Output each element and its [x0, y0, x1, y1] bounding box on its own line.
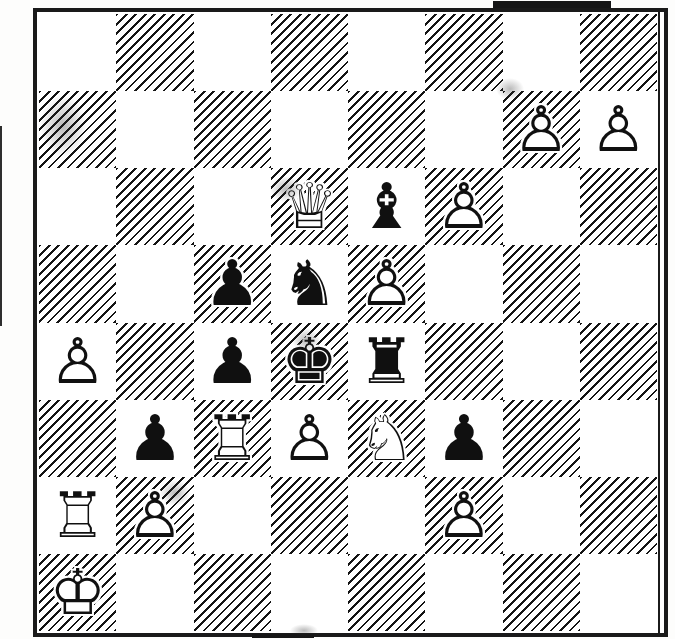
white-pawn: ♟♙ [436, 175, 492, 238]
piece-glyph: ♚ [281, 330, 337, 393]
square-a2: ♜♖ [39, 477, 116, 554]
square-f5 [425, 245, 502, 322]
piece-glyph: ♜ [358, 330, 414, 393]
square-g8 [503, 14, 580, 91]
piece-glyph: ♟ [204, 252, 260, 315]
square-d6: ♛♕ [271, 168, 348, 245]
square-f6: ♟♙ [425, 168, 502, 245]
square-b1 [116, 554, 193, 631]
white-king: ♚♔ [49, 561, 105, 624]
square-a4: ♟♙ [39, 323, 116, 400]
white-pawn: ♟♙ [127, 484, 183, 547]
black-pawn: ♟♟ [127, 407, 183, 470]
piece-glyph: ♟ [127, 407, 183, 470]
square-c6 [194, 168, 271, 245]
square-f8 [425, 14, 502, 91]
piece-glyph: ♙ [513, 98, 569, 161]
square-h2 [580, 477, 657, 554]
square-f1 [425, 554, 502, 631]
piece-glyph: ♙ [281, 407, 337, 470]
square-h7: ♟♙ [580, 91, 657, 168]
square-b3: ♟♟ [116, 400, 193, 477]
square-g6 [503, 168, 580, 245]
square-h1 [580, 554, 657, 631]
white-pawn: ♟♙ [590, 98, 646, 161]
square-h5 [580, 245, 657, 322]
piece-glyph: ♙ [436, 484, 492, 547]
square-f2: ♟♙ [425, 477, 502, 554]
square-h8 [580, 14, 657, 91]
square-f4 [425, 323, 502, 400]
piece-glyph: ♙ [590, 98, 646, 161]
piece-glyph: ♖ [204, 407, 260, 470]
square-d5: ♞♞ [271, 245, 348, 322]
square-d7 [271, 91, 348, 168]
piece-glyph: ♔ [49, 561, 105, 624]
chess-board: ♟♙♟♙♛♕♝♝♟♙♟♟♞♞♟♙♟♙♟♟♚♚♜♜♟♟♜♖♟♙♞♘♟♟♜♖♟♙♟♙… [39, 14, 657, 631]
square-h4 [580, 323, 657, 400]
square-c2 [194, 477, 271, 554]
black-king: ♚♚ [281, 330, 337, 393]
square-b2: ♟♙ [116, 477, 193, 554]
square-c4: ♟♟ [194, 323, 271, 400]
scan-artifact-bottom-bar [252, 634, 314, 638]
piece-glyph: ♙ [358, 252, 414, 315]
black-bishop: ♝♝ [358, 175, 414, 238]
square-a5 [39, 245, 116, 322]
white-pawn: ♟♙ [436, 484, 492, 547]
square-a1: ♚♔ [39, 554, 116, 631]
white-pawn: ♟♙ [49, 330, 105, 393]
square-g5 [503, 245, 580, 322]
piece-glyph: ♝ [358, 175, 414, 238]
white-pawn: ♟♙ [513, 98, 569, 161]
square-d8 [271, 14, 348, 91]
square-e1 [348, 554, 425, 631]
square-g2 [503, 477, 580, 554]
square-d1 [271, 554, 348, 631]
white-rook: ♜♖ [49, 484, 105, 547]
piece-glyph: ♘ [358, 407, 414, 470]
square-g1 [503, 554, 580, 631]
white-queen: ♛♕ [281, 175, 337, 238]
scan-artifact-top-bar [493, 1, 611, 8]
square-a6 [39, 168, 116, 245]
square-g7: ♟♙ [503, 91, 580, 168]
piece-glyph: ♖ [49, 484, 105, 547]
square-e2 [348, 477, 425, 554]
chess-diagram: ♟♙♟♙♛♕♝♝♟♙♟♟♞♞♟♙♟♙♟♟♚♚♜♜♟♟♜♖♟♙♞♘♟♟♜♖♟♙♟♙… [0, 0, 675, 639]
black-pawn: ♟♟ [436, 407, 492, 470]
square-h6 [580, 168, 657, 245]
square-a7 [39, 91, 116, 168]
piece-glyph: ♙ [49, 330, 105, 393]
square-c1 [194, 554, 271, 631]
square-f3: ♟♟ [425, 400, 502, 477]
piece-glyph: ♕ [281, 175, 337, 238]
square-g4 [503, 323, 580, 400]
piece-glyph: ♟ [204, 330, 260, 393]
square-e3: ♞♘ [348, 400, 425, 477]
square-e6: ♝♝ [348, 168, 425, 245]
square-b7 [116, 91, 193, 168]
board-inner-border-line [658, 12, 660, 633]
square-e5: ♟♙ [348, 245, 425, 322]
chess-board-frame: ♟♙♟♙♛♕♝♝♟♙♟♟♞♞♟♙♟♙♟♟♚♚♜♜♟♟♜♖♟♙♞♘♟♟♜♖♟♙♟♙… [33, 8, 668, 637]
square-b4 [116, 323, 193, 400]
square-f7 [425, 91, 502, 168]
black-knight: ♞♞ [281, 252, 337, 315]
white-pawn: ♟♙ [358, 252, 414, 315]
piece-glyph: ♞ [281, 252, 337, 315]
black-pawn: ♟♟ [204, 330, 260, 393]
square-c7 [194, 91, 271, 168]
square-c8 [194, 14, 271, 91]
square-b6 [116, 168, 193, 245]
square-d2 [271, 477, 348, 554]
white-rook: ♜♖ [204, 407, 260, 470]
square-e8 [348, 14, 425, 91]
white-knight: ♞♘ [358, 407, 414, 470]
piece-glyph: ♙ [436, 175, 492, 238]
square-a8 [39, 14, 116, 91]
square-e7 [348, 91, 425, 168]
square-e4: ♜♜ [348, 323, 425, 400]
square-b5 [116, 245, 193, 322]
black-rook: ♜♜ [358, 330, 414, 393]
square-d3: ♟♙ [271, 400, 348, 477]
square-d4: ♚♚ [271, 323, 348, 400]
scan-artifact-left-sliver [0, 126, 2, 326]
piece-glyph: ♙ [127, 484, 183, 547]
square-g3 [503, 400, 580, 477]
piece-glyph: ♟ [436, 407, 492, 470]
black-pawn: ♟♟ [204, 252, 260, 315]
white-pawn: ♟♙ [281, 407, 337, 470]
square-b8 [116, 14, 193, 91]
square-c5: ♟♟ [194, 245, 271, 322]
square-h3 [580, 400, 657, 477]
square-a3 [39, 400, 116, 477]
square-c3: ♜♖ [194, 400, 271, 477]
